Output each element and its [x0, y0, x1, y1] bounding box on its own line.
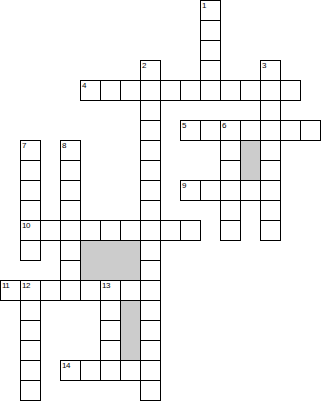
- grid-cell[interactable]: [140, 180, 161, 201]
- grid-cell[interactable]: [160, 80, 181, 101]
- grid-cell[interactable]: [140, 160, 161, 181]
- grid-cell[interactable]: [140, 340, 161, 361]
- grid-cell[interactable]: [200, 60, 221, 81]
- grid-cell[interactable]: [180, 220, 201, 241]
- grid-cell[interactable]: [220, 220, 241, 241]
- grid-cell[interactable]: [120, 280, 141, 301]
- grid-cell[interactable]: [60, 180, 81, 201]
- shaded-region: [80, 240, 141, 281]
- grid-cell[interactable]: [20, 380, 41, 401]
- grid-cell[interactable]: [140, 320, 161, 341]
- grid-cell[interactable]: [80, 360, 101, 381]
- grid-cell[interactable]: [280, 120, 301, 141]
- grid-cell[interactable]: [20, 240, 41, 261]
- grid-cell[interactable]: [200, 120, 221, 141]
- crossword-grid: 1234567891011121314: [0, 0, 321, 401]
- shaded-region: [240, 140, 261, 181]
- grid-cell[interactable]: [140, 240, 161, 261]
- grid-cell[interactable]: [120, 220, 141, 241]
- grid-cell[interactable]: [260, 100, 281, 121]
- grid-cell[interactable]: [40, 280, 61, 301]
- grid-cell[interactable]: [240, 80, 261, 101]
- clue-number: 9: [182, 182, 186, 190]
- grid-cell[interactable]: [60, 280, 81, 301]
- grid-cell[interactable]: [200, 20, 221, 41]
- grid-cell[interactable]: [240, 120, 261, 141]
- grid-cell[interactable]: [100, 360, 121, 381]
- grid-cell[interactable]: [80, 280, 101, 301]
- clue-number: 14: [62, 362, 70, 370]
- grid-cell[interactable]: [140, 220, 161, 241]
- grid-cell[interactable]: [260, 200, 281, 221]
- grid-cell[interactable]: [60, 160, 81, 181]
- grid-cell[interactable]: [20, 160, 41, 181]
- grid-cell[interactable]: [140, 380, 161, 401]
- grid-cell[interactable]: [60, 240, 81, 261]
- grid-cell[interactable]: [200, 180, 221, 201]
- grid-cell[interactable]: [260, 220, 281, 241]
- grid-cell[interactable]: [140, 200, 161, 221]
- clue-number: 4: [82, 82, 86, 90]
- clue-number: 6: [222, 122, 226, 130]
- grid-cell[interactable]: [240, 180, 261, 201]
- grid-cell[interactable]: [20, 300, 41, 321]
- clue-number: 7: [22, 142, 26, 150]
- grid-cell[interactable]: [20, 340, 41, 361]
- grid-cell[interactable]: [140, 100, 161, 121]
- grid-cell[interactable]: [20, 360, 41, 381]
- grid-cell[interactable]: [140, 140, 161, 161]
- clue-number: 11: [2, 282, 9, 290]
- grid-cell[interactable]: [100, 320, 121, 341]
- grid-cell[interactable]: [160, 220, 181, 241]
- grid-cell[interactable]: [100, 340, 121, 361]
- grid-cell[interactable]: [140, 80, 161, 101]
- grid-cell[interactable]: [260, 160, 281, 181]
- grid-cell[interactable]: [60, 200, 81, 221]
- grid-cell[interactable]: [100, 80, 121, 101]
- grid-cell[interactable]: [140, 260, 161, 281]
- grid-cell[interactable]: [100, 220, 121, 241]
- clue-number: 1: [202, 2, 206, 10]
- grid-cell[interactable]: [280, 80, 301, 101]
- grid-cell[interactable]: [120, 360, 141, 381]
- clue-number: 2: [142, 62, 146, 70]
- grid-cell[interactable]: [120, 80, 141, 101]
- grid-cell[interactable]: [60, 220, 81, 241]
- grid-cell[interactable]: [260, 180, 281, 201]
- clue-number: 10: [22, 222, 30, 230]
- grid-cell[interactable]: [220, 140, 241, 161]
- grid-cell[interactable]: [20, 320, 41, 341]
- grid-cell[interactable]: [260, 120, 281, 141]
- grid-cell[interactable]: [20, 180, 41, 201]
- grid-cell[interactable]: [60, 260, 81, 281]
- grid-cell[interactable]: [220, 180, 241, 201]
- clue-number: 5: [182, 122, 186, 130]
- grid-cell[interactable]: [140, 300, 161, 321]
- grid-cell[interactable]: [140, 360, 161, 381]
- grid-cell[interactable]: [260, 140, 281, 161]
- grid-cell[interactable]: [200, 80, 221, 101]
- grid-cell[interactable]: [220, 80, 241, 101]
- grid-cell[interactable]: [100, 300, 121, 321]
- grid-cell[interactable]: [140, 280, 161, 301]
- clue-number: 3: [262, 62, 266, 70]
- clue-number: 13: [102, 282, 110, 290]
- grid-cell[interactable]: [220, 200, 241, 221]
- grid-cell[interactable]: [140, 120, 161, 141]
- grid-cell[interactable]: [260, 80, 281, 101]
- shaded-region: [120, 300, 141, 361]
- grid-cell[interactable]: [300, 120, 321, 141]
- grid-cell[interactable]: [180, 80, 201, 101]
- clue-number: 12: [22, 282, 30, 290]
- grid-cell[interactable]: [220, 160, 241, 181]
- grid-cell[interactable]: [20, 200, 41, 221]
- clue-number: 8: [62, 142, 66, 150]
- grid-cell[interactable]: [200, 40, 221, 61]
- grid-cell[interactable]: [80, 220, 101, 241]
- grid-cell[interactable]: [40, 220, 61, 241]
